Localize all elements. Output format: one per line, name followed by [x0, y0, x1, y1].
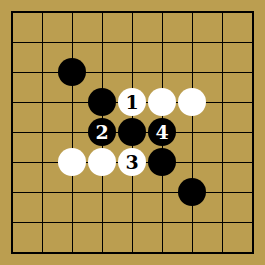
- go-stone-black: [88, 88, 116, 116]
- board-point[interactable]: [237, 117, 265, 147]
- board-points: 1243: [0, 0, 265, 265]
- go-stone-black: [178, 178, 206, 206]
- board-point[interactable]: [57, 117, 87, 147]
- board-point[interactable]: [57, 207, 87, 237]
- board-point[interactable]: [237, 177, 265, 207]
- board-point[interactable]: [147, 147, 177, 177]
- move-number-label: 2: [95, 123, 108, 142]
- board-point[interactable]: [117, 177, 147, 207]
- board-point[interactable]: [207, 147, 237, 177]
- board-point[interactable]: [87, 147, 117, 177]
- board-point[interactable]: [27, 147, 57, 177]
- board-point[interactable]: [177, 147, 207, 177]
- board-point[interactable]: [177, 57, 207, 87]
- board-point[interactable]: [237, 147, 265, 177]
- go-stone-white: [88, 148, 116, 176]
- board-point[interactable]: 4: [147, 117, 177, 147]
- board-point[interactable]: [0, 57, 27, 87]
- board-point[interactable]: [57, 147, 87, 177]
- board-point[interactable]: [207, 57, 237, 87]
- board-point[interactable]: [207, 207, 237, 237]
- board-point[interactable]: [87, 87, 117, 117]
- go-stone-black: 2: [88, 118, 116, 146]
- board-point[interactable]: [147, 27, 177, 57]
- board-point[interactable]: [27, 117, 57, 147]
- board-point[interactable]: [0, 207, 27, 237]
- board-point[interactable]: [117, 27, 147, 57]
- board-point[interactable]: [237, 0, 265, 27]
- board-point[interactable]: [117, 117, 147, 147]
- board-point[interactable]: [147, 177, 177, 207]
- board-point[interactable]: [237, 87, 265, 117]
- board-point[interactable]: [27, 0, 57, 27]
- board-point[interactable]: [147, 57, 177, 87]
- board-point[interactable]: [117, 237, 147, 265]
- board-point[interactable]: [27, 237, 57, 265]
- board-point[interactable]: [177, 117, 207, 147]
- board-point[interactable]: [207, 87, 237, 117]
- board-point[interactable]: [207, 27, 237, 57]
- go-stone-white: [148, 88, 176, 116]
- go-stone-white: [58, 148, 86, 176]
- board-point[interactable]: [27, 177, 57, 207]
- go-stone-white: [178, 88, 206, 116]
- board-point[interactable]: [207, 0, 237, 27]
- board-point[interactable]: [57, 87, 87, 117]
- go-stone-black: 4: [148, 118, 176, 146]
- board-point[interactable]: [87, 0, 117, 27]
- board-point[interactable]: [27, 27, 57, 57]
- move-number-label: 3: [125, 153, 138, 172]
- board-point[interactable]: [117, 0, 147, 27]
- board-point[interactable]: 1: [117, 87, 147, 117]
- board-point[interactable]: [207, 177, 237, 207]
- board-point[interactable]: [0, 147, 27, 177]
- board-point[interactable]: [177, 0, 207, 27]
- go-stone-white: 3: [118, 148, 146, 176]
- go-stone-black: [148, 148, 176, 176]
- board-point[interactable]: [147, 237, 177, 265]
- board-point[interactable]: [237, 27, 265, 57]
- board-point[interactable]: [27, 57, 57, 87]
- board-point[interactable]: [0, 87, 27, 117]
- move-number-label: 1: [125, 93, 138, 112]
- board-point[interactable]: [0, 177, 27, 207]
- board-point[interactable]: [0, 117, 27, 147]
- go-stone-black: [118, 118, 146, 146]
- board-point[interactable]: [87, 177, 117, 207]
- board-point[interactable]: [177, 207, 207, 237]
- move-number-label: 4: [155, 123, 168, 142]
- board-point[interactable]: [87, 27, 117, 57]
- board-point[interactable]: [147, 0, 177, 27]
- board-point[interactable]: [147, 87, 177, 117]
- board-point[interactable]: [177, 87, 207, 117]
- board-point[interactable]: [57, 237, 87, 265]
- board-point[interactable]: [87, 207, 117, 237]
- go-stone-black: [58, 58, 86, 86]
- board-point[interactable]: [177, 237, 207, 265]
- go-board-diagram: 1243: [0, 0, 265, 265]
- board-point[interactable]: [177, 27, 207, 57]
- board-point[interactable]: [0, 237, 27, 265]
- board-point[interactable]: [57, 27, 87, 57]
- board-point[interactable]: [87, 237, 117, 265]
- board-point[interactable]: [147, 207, 177, 237]
- board-point[interactable]: [117, 207, 147, 237]
- board-point[interactable]: [57, 57, 87, 87]
- board-point[interactable]: 2: [87, 117, 117, 147]
- board-point[interactable]: [207, 237, 237, 265]
- board-point[interactable]: [27, 87, 57, 117]
- board-point[interactable]: [87, 57, 117, 87]
- board-point[interactable]: 3: [117, 147, 147, 177]
- board-point[interactable]: [0, 27, 27, 57]
- board-point[interactable]: [57, 0, 87, 27]
- board-point[interactable]: [237, 237, 265, 265]
- board-point[interactable]: [57, 177, 87, 207]
- board-point[interactable]: [237, 207, 265, 237]
- board-point[interactable]: [177, 177, 207, 207]
- board-point[interactable]: [117, 57, 147, 87]
- board-point[interactable]: [237, 57, 265, 87]
- board-point[interactable]: [0, 0, 27, 27]
- go-stone-white: 1: [118, 88, 146, 116]
- board-point[interactable]: [27, 207, 57, 237]
- board-point[interactable]: [207, 117, 237, 147]
